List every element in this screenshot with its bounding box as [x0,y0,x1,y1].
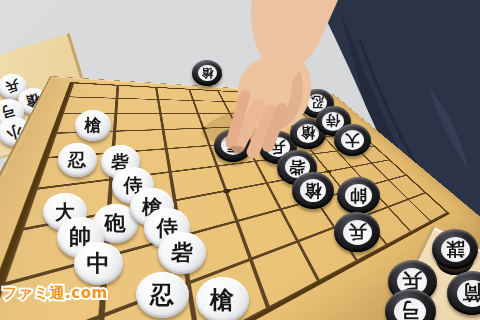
photo-stage: ファミ通.com 槍忍砦侍大砲槍帥侍中砦忍槍槍馬兵砦槍槍帥兵忍侍大兵槍弓馬小謀兵… [0,0,480,320]
player-hand [0,0,480,320]
famitsu-watermark: ファミ通.com [2,284,108,303]
